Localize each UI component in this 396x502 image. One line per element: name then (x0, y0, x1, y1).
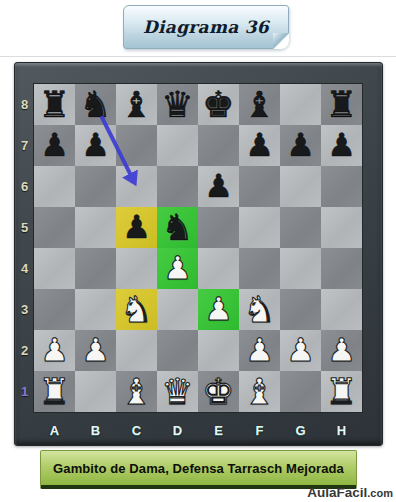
square-b6 (75, 166, 116, 207)
square-d8: ♛ (157, 84, 198, 125)
square-h3 (321, 289, 362, 330)
square-a6 (34, 166, 75, 207)
piece-black-rook: ♜ (34, 84, 75, 125)
square-c7 (116, 125, 157, 166)
piece-white-pawn: ♟ (157, 248, 198, 289)
square-a5 (34, 207, 75, 248)
square-c6 (116, 166, 157, 207)
square-c2 (116, 330, 157, 371)
square-g5 (280, 207, 321, 248)
file-label-a: A (34, 421, 75, 438)
piece-black-knight: ♞ (157, 207, 198, 248)
square-c3: ♞ (116, 289, 157, 330)
piece-white-bishop: ♝ (239, 371, 280, 412)
square-a1: ♜ (34, 371, 75, 412)
board-grid: ♜♞♝♛♚♝♜♟♟♟♟♟♟♟♞♟♞♟♞♟♟♟♟♟♜♝♛♚♝♜ (34, 84, 362, 412)
square-h7: ♟ (321, 125, 362, 166)
opening-caption: Gambito de Dama, Defensa Tarrasch Mejora… (53, 461, 344, 476)
square-b7: ♟ (75, 125, 116, 166)
square-d4: ♟ (157, 248, 198, 289)
square-f5 (239, 207, 280, 248)
piece-black-pawn: ♟ (280, 125, 321, 166)
file-label-f: F (239, 421, 280, 438)
piece-black-king: ♚ (198, 84, 239, 125)
square-f1: ♝ (239, 371, 280, 412)
file-label-h: H (321, 421, 362, 438)
file-labels: ABCDEFGH (34, 412, 362, 447)
square-e8: ♚ (198, 84, 239, 125)
piece-white-rook: ♜ (321, 371, 362, 412)
square-c8: ♝ (116, 84, 157, 125)
piece-white-pawn: ♟ (34, 330, 75, 371)
piece-white-knight: ♞ (116, 289, 157, 330)
piece-black-knight: ♞ (75, 84, 116, 125)
square-d5: ♞ (157, 207, 198, 248)
square-e4 (198, 248, 239, 289)
watermark: AulaFacil.com (307, 483, 393, 501)
square-b8: ♞ (75, 84, 116, 125)
square-g4 (280, 248, 321, 289)
square-d7 (157, 125, 198, 166)
rank-labels: 87654321 (15, 84, 34, 412)
rank-label-1: 1 (15, 371, 34, 412)
file-label-e: E (198, 421, 239, 438)
file-label-c: C (116, 421, 157, 438)
piece-black-pawn: ♟ (116, 207, 157, 248)
rank-label-7: 7 (15, 125, 34, 166)
piece-black-bishop: ♝ (239, 84, 280, 125)
square-h6 (321, 166, 362, 207)
square-b2: ♟ (75, 330, 116, 371)
square-a2: ♟ (34, 330, 75, 371)
square-d6 (157, 166, 198, 207)
title-banner: Diagrama 36 (123, 5, 289, 49)
square-g7: ♟ (280, 125, 321, 166)
square-h4 (321, 248, 362, 289)
piece-black-pawn: ♟ (239, 125, 280, 166)
square-c4 (116, 248, 157, 289)
square-g3 (280, 289, 321, 330)
square-b3 (75, 289, 116, 330)
square-e7 (198, 125, 239, 166)
square-g2: ♟ (280, 330, 321, 371)
square-e5 (198, 207, 239, 248)
square-b5 (75, 207, 116, 248)
square-f4 (239, 248, 280, 289)
watermark-tld: .com (367, 487, 393, 499)
square-e1: ♚ (198, 371, 239, 412)
piece-black-pawn: ♟ (34, 125, 75, 166)
divider-line (0, 56, 396, 57)
piece-white-king: ♚ (198, 371, 239, 412)
rank-label-3: 3 (15, 289, 34, 330)
piece-white-pawn: ♟ (198, 289, 239, 330)
file-label-b: B (75, 421, 116, 438)
square-f7: ♟ (239, 125, 280, 166)
file-label-d: D (157, 421, 198, 438)
chess-board-frame: 87654321 ♜♞♝♛♚♝♜♟♟♟♟♟♟♟♞♟♞♟♞♟♟♟♟♟♜♝♛♚♝♜ … (14, 62, 383, 446)
square-d1: ♛ (157, 371, 198, 412)
piece-black-pawn: ♟ (321, 125, 362, 166)
piece-white-queen: ♛ (157, 371, 198, 412)
piece-black-pawn: ♟ (198, 166, 239, 207)
square-c1: ♝ (116, 371, 157, 412)
square-e2 (198, 330, 239, 371)
piece-white-bishop: ♝ (116, 371, 157, 412)
square-a3 (34, 289, 75, 330)
watermark-brand: AulaFacil (307, 485, 367, 500)
square-g8 (280, 84, 321, 125)
piece-white-pawn: ♟ (321, 330, 362, 371)
square-c5: ♟ (116, 207, 157, 248)
piece-black-pawn: ♟ (75, 125, 116, 166)
rank-label-2: 2 (15, 330, 34, 371)
square-h8: ♜ (321, 84, 362, 125)
square-a4 (34, 248, 75, 289)
piece-white-rook: ♜ (34, 371, 75, 412)
square-f8: ♝ (239, 84, 280, 125)
rank-label-4: 4 (15, 248, 34, 289)
square-d2 (157, 330, 198, 371)
square-f6 (239, 166, 280, 207)
square-h2: ♟ (321, 330, 362, 371)
square-g6 (280, 166, 321, 207)
square-g1 (280, 371, 321, 412)
diagram-title: Diagrama 36 (143, 17, 269, 37)
piece-black-queen: ♛ (157, 84, 198, 125)
rank-label-6: 6 (15, 166, 34, 207)
square-b1 (75, 371, 116, 412)
square-a8: ♜ (34, 84, 75, 125)
square-e6: ♟ (198, 166, 239, 207)
square-b4 (75, 248, 116, 289)
piece-white-pawn: ♟ (75, 330, 116, 371)
piece-white-pawn: ♟ (239, 330, 280, 371)
piece-white-knight: ♞ (239, 289, 280, 330)
diagram-page: Diagrama 36 87654321 ♜♞♝♛♚♝♜♟♟♟♟♟♟♟♞♟♞♟♞… (0, 0, 396, 502)
square-f2: ♟ (239, 330, 280, 371)
square-h5 (321, 207, 362, 248)
square-d3 (157, 289, 198, 330)
piece-white-pawn: ♟ (280, 330, 321, 371)
piece-black-bishop: ♝ (116, 84, 157, 125)
file-label-g: G (280, 421, 321, 438)
rank-label-8: 8 (15, 84, 34, 125)
piece-black-rook: ♜ (321, 84, 362, 125)
rank-label-5: 5 (15, 207, 34, 248)
square-f3: ♞ (239, 289, 280, 330)
square-e3: ♟ (198, 289, 239, 330)
square-a7: ♟ (34, 125, 75, 166)
square-h1: ♜ (321, 371, 362, 412)
